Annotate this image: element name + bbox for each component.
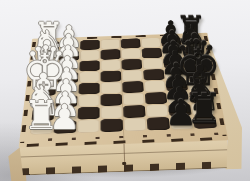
square-a7: [160, 37, 181, 47]
square-f6: [144, 92, 166, 104]
square-a8: [181, 36, 202, 46]
square-f8: [189, 90, 212, 102]
square-b5: [121, 48, 141, 59]
square-d3: [78, 71, 99, 83]
square-e8: [187, 79, 210, 91]
square-h6: [146, 117, 169, 130]
square-f2: [55, 95, 77, 108]
square-e1: [34, 84, 56, 96]
square-b7: [162, 47, 183, 58]
square-f1: [32, 96, 55, 109]
square-g7: [168, 103, 191, 116]
square-a5: [120, 38, 140, 48]
square-f5: [122, 93, 144, 105]
square-d6: [143, 69, 165, 81]
square-f7: [166, 91, 189, 103]
square-c8: [184, 56, 206, 67]
square-h8: [192, 115, 216, 128]
square-d1: [35, 72, 57, 84]
square-e5: [122, 81, 144, 93]
square-e3: [78, 82, 99, 94]
square-c4: [100, 59, 120, 70]
square-b8: [182, 46, 203, 57]
square-d5: [121, 70, 142, 82]
square-a4: [100, 39, 120, 49]
square-a3: [80, 39, 100, 49]
square-h3: [77, 119, 100, 133]
square-b2: [58, 50, 78, 61]
square-d7: [164, 68, 186, 80]
square-d2: [57, 72, 78, 84]
square-f4: [100, 93, 122, 105]
square-h1: [29, 121, 52, 135]
chess-board: [19, 33, 229, 148]
square-h4: [100, 118, 123, 132]
square-a6: [140, 37, 160, 47]
square-g3: [77, 106, 99, 119]
square-d8: [185, 67, 207, 79]
square-g6: [145, 104, 168, 117]
square-c3: [79, 60, 99, 71]
square-c2: [58, 61, 79, 72]
chess-box: [14, 22, 230, 179]
square-g1: [31, 108, 54, 121]
square-b1: [38, 51, 59, 62]
square-a1: [39, 41, 59, 51]
square-c1: [36, 62, 57, 73]
square-b6: [141, 47, 162, 58]
square-e4: [100, 82, 121, 94]
chess-board-squares: [29, 36, 217, 135]
square-h7: [169, 116, 193, 129]
square-c5: [121, 59, 142, 70]
photo-stage: ♜♟♟♜♞♟♟♞♝♟♟♝♛♟♟♛♚♟♟♚♝♟♟♝♞♟♟♞♜♟♟♜: [0, 0, 250, 181]
square-g8: [190, 102, 214, 115]
square-e2: [56, 83, 78, 95]
square-e7: [165, 79, 187, 91]
square-a2: [59, 40, 79, 50]
square-g4: [100, 106, 122, 119]
square-d4: [100, 70, 121, 82]
square-c6: [142, 58, 163, 69]
square-b4: [100, 49, 120, 60]
square-g5: [123, 105, 145, 118]
square-b3: [79, 50, 99, 61]
square-e6: [143, 80, 165, 92]
square-c7: [163, 57, 185, 68]
square-h2: [53, 120, 76, 134]
square-g2: [54, 107, 77, 120]
square-f3: [77, 94, 99, 106]
square-h5: [123, 118, 146, 131]
